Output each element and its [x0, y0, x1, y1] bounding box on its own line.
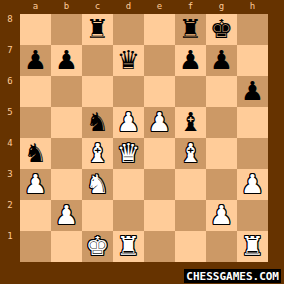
square-c5[interactable]: ♞ — [82, 107, 113, 138]
chess-board: ♜♜♚♟♟♛♟♟♟♞♟♟♝♞♝♛♝♟♞♟♟♟♚♜♜ — [20, 14, 268, 262]
black-queen-d7: ♛ — [113, 45, 144, 76]
black-knight-a4: ♞ — [20, 138, 51, 169]
square-d7[interactable]: ♛ — [113, 45, 144, 76]
square-e2[interactable] — [144, 200, 175, 231]
square-f7[interactable]: ♟ — [175, 45, 206, 76]
black-rook-c8: ♜ — [82, 14, 113, 45]
square-a4[interactable]: ♞ — [20, 138, 51, 169]
square-g3[interactable] — [206, 169, 237, 200]
square-h6[interactable]: ♟ — [237, 76, 268, 107]
square-a1[interactable] — [20, 231, 51, 262]
square-e5[interactable]: ♟ — [144, 107, 175, 138]
file-label-h: h — [237, 1, 268, 14]
square-f8[interactable]: ♜ — [175, 14, 206, 45]
square-c4[interactable]: ♝ — [82, 138, 113, 169]
black-rook-f8: ♜ — [175, 14, 206, 45]
square-e3[interactable] — [144, 169, 175, 200]
square-h5[interactable] — [237, 107, 268, 138]
square-b5[interactable] — [51, 107, 82, 138]
black-pawn-h6: ♟ — [237, 76, 268, 107]
black-king-g8: ♚ — [206, 14, 237, 45]
white-king-c1: ♚ — [82, 231, 113, 262]
square-d4[interactable]: ♛ — [113, 138, 144, 169]
square-b7[interactable]: ♟ — [51, 45, 82, 76]
file-label-d: d — [113, 1, 144, 14]
square-c6[interactable] — [82, 76, 113, 107]
square-b1[interactable] — [51, 231, 82, 262]
square-e7[interactable] — [144, 45, 175, 76]
square-f3[interactable] — [175, 169, 206, 200]
white-bishop-c4: ♝ — [82, 138, 113, 169]
square-f6[interactable] — [175, 76, 206, 107]
square-h2[interactable] — [237, 200, 268, 231]
square-b3[interactable] — [51, 169, 82, 200]
chess-diagram: abcdefgh 87654321 ♜♜♚♟♟♛♟♟♟♞♟♟♝♞♝♛♝♟♞♟♟♟… — [0, 0, 284, 284]
rank-label-2: 2 — [0, 200, 20, 231]
black-knight-c5: ♞ — [82, 107, 113, 138]
rank-label-3: 3 — [0, 169, 20, 200]
white-pawn-e5: ♟ — [144, 107, 175, 138]
white-rook-h1: ♜ — [237, 231, 268, 262]
rank-label-7: 7 — [0, 45, 20, 76]
rank-label-1: 1 — [0, 231, 20, 262]
square-f1[interactable] — [175, 231, 206, 262]
square-c3[interactable]: ♞ — [82, 169, 113, 200]
file-label-b: b — [51, 1, 82, 14]
square-e8[interactable] — [144, 14, 175, 45]
square-h7[interactable] — [237, 45, 268, 76]
white-pawn-b2: ♟ — [51, 200, 82, 231]
square-b6[interactable] — [51, 76, 82, 107]
file-label-e: e — [144, 1, 175, 14]
square-d5[interactable]: ♟ — [113, 107, 144, 138]
white-pawn-h3: ♟ — [237, 169, 268, 200]
chessgames-logo: CHESSGAMES.COM — [184, 269, 281, 283]
rank-label-8: 8 — [0, 14, 20, 45]
file-label-f: f — [175, 1, 206, 14]
white-knight-c3: ♞ — [82, 169, 113, 200]
square-d2[interactable] — [113, 200, 144, 231]
black-pawn-g7: ♟ — [206, 45, 237, 76]
file-label-g: g — [206, 1, 237, 14]
black-pawn-b7: ♟ — [51, 45, 82, 76]
square-c8[interactable]: ♜ — [82, 14, 113, 45]
square-b2[interactable]: ♟ — [51, 200, 82, 231]
black-pawn-f7: ♟ — [175, 45, 206, 76]
square-c7[interactable] — [82, 45, 113, 76]
square-g7[interactable]: ♟ — [206, 45, 237, 76]
square-d6[interactable] — [113, 76, 144, 107]
square-e1[interactable] — [144, 231, 175, 262]
square-g6[interactable] — [206, 76, 237, 107]
rank-label-6: 6 — [0, 76, 20, 107]
square-b4[interactable] — [51, 138, 82, 169]
square-e6[interactable] — [144, 76, 175, 107]
white-bishop-f4: ♝ — [175, 138, 206, 169]
square-g8[interactable]: ♚ — [206, 14, 237, 45]
white-pawn-a3: ♟ — [20, 169, 51, 200]
square-a8[interactable] — [20, 14, 51, 45]
square-a7[interactable]: ♟ — [20, 45, 51, 76]
square-d8[interactable] — [113, 14, 144, 45]
square-e4[interactable] — [144, 138, 175, 169]
file-label-c: c — [82, 1, 113, 14]
white-queen-d4: ♛ — [113, 138, 144, 169]
square-g1[interactable] — [206, 231, 237, 262]
square-d1[interactable]: ♜ — [113, 231, 144, 262]
square-b8[interactable] — [51, 14, 82, 45]
rank-label-4: 4 — [0, 138, 20, 169]
square-a2[interactable] — [20, 200, 51, 231]
square-c1[interactable]: ♚ — [82, 231, 113, 262]
square-h1[interactable]: ♜ — [237, 231, 268, 262]
square-h8[interactable] — [237, 14, 268, 45]
square-c2[interactable] — [82, 200, 113, 231]
square-f2[interactable] — [175, 200, 206, 231]
square-a6[interactable] — [20, 76, 51, 107]
black-pawn-a7: ♟ — [20, 45, 51, 76]
square-h4[interactable] — [237, 138, 268, 169]
white-rook-d1: ♜ — [113, 231, 144, 262]
square-g2[interactable]: ♟ — [206, 200, 237, 231]
black-bishop-f5: ♝ — [175, 107, 206, 138]
square-g4[interactable] — [206, 138, 237, 169]
white-pawn-g2: ♟ — [206, 200, 237, 231]
square-f4[interactable]: ♝ — [175, 138, 206, 169]
square-f5[interactable]: ♝ — [175, 107, 206, 138]
white-pawn-d5: ♟ — [113, 107, 144, 138]
square-h3[interactable]: ♟ — [237, 169, 268, 200]
file-label-a: a — [20, 1, 51, 14]
rank-label-5: 5 — [0, 107, 20, 138]
square-g5[interactable] — [206, 107, 237, 138]
square-a5[interactable] — [20, 107, 51, 138]
square-d3[interactable] — [113, 169, 144, 200]
square-a3[interactable]: ♟ — [20, 169, 51, 200]
